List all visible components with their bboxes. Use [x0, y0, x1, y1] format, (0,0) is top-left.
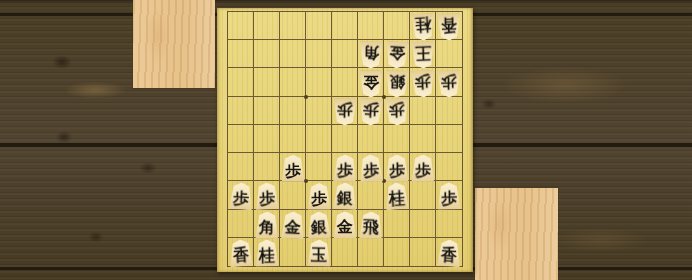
board-cell[interactable] [228, 153, 254, 181]
piece-kanji: 歩 [311, 191, 327, 207]
board-cell[interactable] [280, 12, 306, 40]
board-cell[interactable] [436, 40, 462, 68]
board-cell[interactable] [254, 153, 280, 181]
piece-kanji: 桂 [259, 247, 275, 263]
piece-kanji: 金 [337, 219, 353, 235]
board-cell[interactable] [410, 181, 436, 209]
piece-kanji: 銀 [389, 73, 406, 90]
piece-kanji: 香 [441, 17, 457, 33]
board-cell[interactable] [332, 40, 358, 68]
piece-kanji: 歩 [363, 162, 380, 179]
board-cell[interactable] [254, 125, 280, 153]
piece-kanji: 金 [363, 74, 379, 90]
board-cell[interactable] [254, 68, 280, 96]
board-cell[interactable] [228, 40, 254, 68]
board-cell[interactable] [306, 97, 332, 125]
board-cell[interactable] [384, 238, 410, 266]
board-cell[interactable] [254, 97, 280, 125]
piece-kanji: 歩 [415, 162, 431, 178]
piece-kanji: 桂 [389, 190, 406, 207]
board-cell[interactable] [280, 125, 306, 153]
hoshi-dot [382, 95, 386, 99]
board-cell[interactable] [436, 210, 462, 238]
piece-kanji: 香 [440, 247, 457, 264]
piece-kanji: 歩 [389, 162, 405, 178]
board-cell[interactable] [384, 12, 410, 40]
piece-kanji: 歩 [337, 162, 354, 179]
board-cell[interactable] [332, 238, 358, 266]
piece-kanji: 銀 [311, 218, 328, 235]
piece-kanji: 金 [284, 218, 301, 235]
wood-block-bottom-right [475, 188, 558, 280]
piece-kanji: 歩 [441, 190, 457, 206]
board-cell[interactable] [228, 68, 254, 96]
board-cell[interactable] [228, 125, 254, 153]
piece-kanji: 角 [363, 45, 379, 61]
piece-kanji: 飛 [363, 218, 380, 235]
shogi-photo: { "game": "shogi", "scene": { "descripti… [0, 0, 692, 280]
piece-kanji: 角 [259, 219, 275, 235]
board-cell[interactable] [436, 125, 462, 153]
piece-kanji: 歩 [441, 73, 457, 89]
board-cell[interactable] [306, 40, 332, 68]
piece-kanji: 桂 [414, 17, 431, 34]
board-cell[interactable] [306, 12, 332, 40]
piece-kanji: 王 [415, 45, 432, 62]
board-cell[interactable] [436, 97, 462, 125]
board-cell[interactable] [228, 12, 254, 40]
board-cell[interactable] [228, 210, 254, 238]
board-cell[interactable] [228, 97, 254, 125]
board-cell[interactable] [306, 68, 332, 96]
hoshi-dot [304, 95, 308, 99]
hoshi-dot [304, 179, 308, 183]
piece-kanji: 銀 [337, 190, 354, 207]
board-cell[interactable] [254, 40, 280, 68]
board-cell[interactable] [280, 181, 306, 209]
piece-kanji: 金 [389, 45, 406, 62]
board-cell[interactable] [254, 12, 280, 40]
board-cell[interactable] [358, 238, 384, 266]
board-cell[interactable] [332, 68, 358, 96]
board-cell[interactable] [436, 153, 462, 181]
board-cell[interactable] [384, 210, 410, 238]
board-cell[interactable] [410, 125, 436, 153]
board-cell[interactable] [410, 238, 436, 266]
board-grid: 桂香角金王金銀歩歩歩歩歩歩歩歩歩歩歩歩歩銀桂歩角金銀金飛香桂玉香 [227, 11, 463, 267]
piece-kanji: 歩 [337, 102, 353, 118]
piece-kanji: 歩 [414, 73, 431, 90]
board-cell[interactable] [280, 40, 306, 68]
wood-block-top-left [133, 0, 215, 88]
board-cell[interactable] [332, 12, 358, 40]
board-cell[interactable] [410, 97, 436, 125]
piece-kanji: 香 [233, 247, 250, 264]
board-cell[interactable] [358, 12, 384, 40]
board-cell[interactable] [384, 125, 410, 153]
piece-kanji: 歩 [363, 101, 380, 118]
piece-kanji: 歩 [285, 162, 301, 178]
board-cell[interactable] [410, 210, 436, 238]
board-cell[interactable] [306, 153, 332, 181]
board-cell[interactable] [306, 125, 332, 153]
piece-kanji: 歩 [232, 190, 249, 207]
board-cell[interactable] [280, 68, 306, 96]
board-cell[interactable] [280, 238, 306, 266]
piece-kanji: 玉 [311, 247, 327, 263]
shogi-board: 桂香角金王金銀歩歩歩歩歩歩歩歩歩歩歩歩歩銀桂歩角金銀金飛香桂玉香 [217, 8, 473, 272]
board-cell[interactable] [358, 181, 384, 209]
board-cell[interactable] [358, 125, 384, 153]
piece-kanji: 歩 [389, 102, 406, 119]
board-cell[interactable] [332, 125, 358, 153]
board-cell[interactable] [280, 97, 306, 125]
piece-kanji: 歩 [259, 190, 276, 207]
